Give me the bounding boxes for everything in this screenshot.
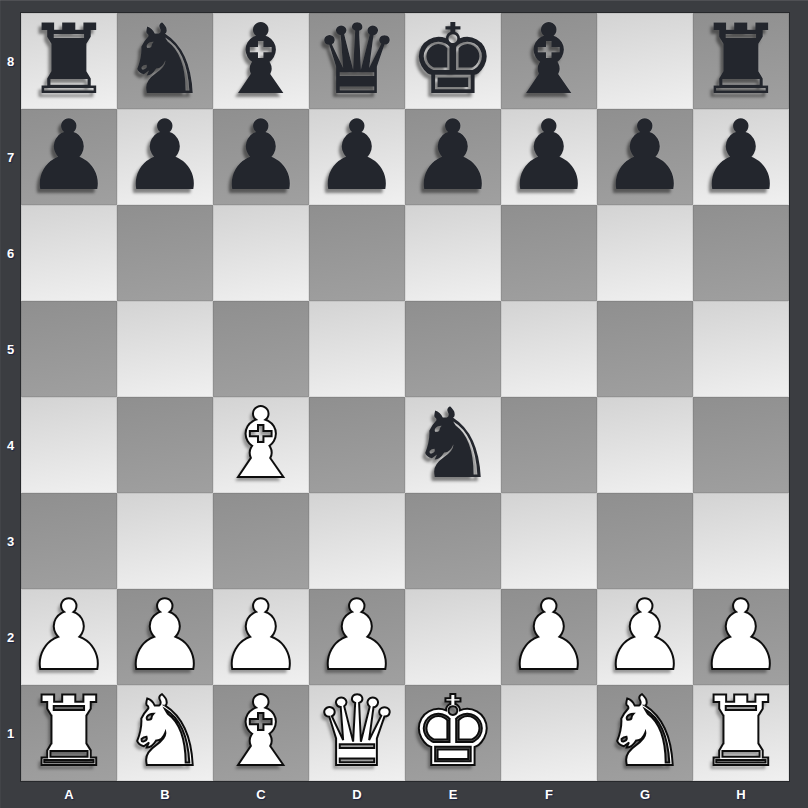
square-b7[interactable]: ♟ [117,109,213,205]
square-e2[interactable] [405,589,501,685]
piece-white-rook[interactable]: ♜ [26,684,113,780]
rank-label-8: 8 [0,13,21,109]
square-h6[interactable] [693,205,789,301]
square-d1[interactable]: ♛ [309,685,405,781]
rank-label-6: 6 [0,205,21,301]
square-e1[interactable]: ♚ [405,685,501,781]
square-h2[interactable]: ♟ [693,589,789,685]
square-e7[interactable]: ♟ [405,109,501,205]
file-label-g: G [597,781,693,808]
square-f1[interactable] [501,685,597,781]
file-labels: ABCDEFGH [21,781,789,808]
piece-white-pawn[interactable]: ♟ [26,588,113,684]
square-c7[interactable]: ♟ [213,109,309,205]
piece-black-pawn[interactable]: ♟ [410,108,497,204]
file-label-c: C [213,781,309,808]
piece-black-bishop[interactable]: ♝ [218,12,305,108]
rank-label-5: 5 [0,301,21,397]
square-f8[interactable]: ♝ [501,13,597,109]
square-a5[interactable] [21,301,117,397]
board-frame: 87654321 ♜♞♝♛♚♝♜♟♟♟♟♟♟♟♟♝♞♟♟♟♟♟♟♟♜♞♝♛♚♞♜… [0,0,808,808]
square-b3[interactable] [117,493,213,589]
square-e4[interactable]: ♞ [405,397,501,493]
file-label-e: E [405,781,501,808]
square-b1[interactable]: ♞ [117,685,213,781]
square-a7[interactable]: ♟ [21,109,117,205]
square-e3[interactable] [405,493,501,589]
piece-white-queen[interactable]: ♛ [314,684,401,780]
piece-white-rook[interactable]: ♜ [698,684,785,780]
square-g5[interactable] [597,301,693,397]
square-g2[interactable]: ♟ [597,589,693,685]
square-d5[interactable] [309,301,405,397]
piece-black-rook[interactable]: ♜ [26,12,113,108]
square-h7[interactable]: ♟ [693,109,789,205]
rank-label-2: 2 [0,589,21,685]
square-d6[interactable] [309,205,405,301]
square-f4[interactable] [501,397,597,493]
piece-white-pawn[interactable]: ♟ [698,588,785,684]
square-b2[interactable]: ♟ [117,589,213,685]
square-c5[interactable] [213,301,309,397]
piece-black-pawn[interactable]: ♟ [218,108,305,204]
square-c4[interactable]: ♝ [213,397,309,493]
square-c8[interactable]: ♝ [213,13,309,109]
square-f2[interactable]: ♟ [501,589,597,685]
square-b8[interactable]: ♞ [117,13,213,109]
square-b5[interactable] [117,301,213,397]
rank-labels: 87654321 [0,13,21,781]
square-g1[interactable]: ♞ [597,685,693,781]
square-d7[interactable]: ♟ [309,109,405,205]
square-e5[interactable] [405,301,501,397]
piece-white-pawn[interactable]: ♟ [218,588,305,684]
piece-black-pawn[interactable]: ♟ [602,108,689,204]
square-a2[interactable]: ♟ [21,589,117,685]
piece-white-bishop[interactable]: ♝ [218,396,305,492]
file-label-a: A [21,781,117,808]
piece-white-pawn[interactable]: ♟ [506,588,593,684]
square-c3[interactable] [213,493,309,589]
square-f7[interactable]: ♟ [501,109,597,205]
square-d4[interactable] [309,397,405,493]
square-g7[interactable]: ♟ [597,109,693,205]
file-label-h: H [693,781,789,808]
rank-label-4: 4 [0,397,21,493]
piece-white-pawn[interactable]: ♟ [602,588,689,684]
square-g8[interactable] [597,13,693,109]
piece-black-pawn[interactable]: ♟ [122,108,209,204]
piece-black-rook[interactable]: ♜ [698,12,785,108]
square-a3[interactable] [21,493,117,589]
square-c6[interactable] [213,205,309,301]
square-a6[interactable] [21,205,117,301]
chess-board: ♜♞♝♛♚♝♜♟♟♟♟♟♟♟♟♝♞♟♟♟♟♟♟♟♜♞♝♛♚♞♜ [21,13,789,781]
square-e6[interactable] [405,205,501,301]
square-a1[interactable]: ♜ [21,685,117,781]
square-f3[interactable] [501,493,597,589]
file-label-f: F [501,781,597,808]
square-c2[interactable]: ♟ [213,589,309,685]
square-a4[interactable] [21,397,117,493]
square-h8[interactable]: ♜ [693,13,789,109]
piece-black-knight[interactable]: ♞ [122,12,209,108]
piece-white-knight[interactable]: ♞ [602,684,689,780]
piece-black-queen[interactable]: ♛ [314,12,401,108]
square-h4[interactable] [693,397,789,493]
square-d3[interactable] [309,493,405,589]
square-h1[interactable]: ♜ [693,685,789,781]
square-g3[interactable] [597,493,693,589]
square-f6[interactable] [501,205,597,301]
square-h5[interactable] [693,301,789,397]
piece-black-king[interactable]: ♚ [410,12,497,108]
piece-white-knight[interactable]: ♞ [122,684,209,780]
square-a8[interactable]: ♜ [21,13,117,109]
piece-black-knight[interactable]: ♞ [410,396,497,492]
piece-black-pawn[interactable]: ♟ [506,108,593,204]
piece-black-bishop[interactable]: ♝ [506,12,593,108]
square-d2[interactable]: ♟ [309,589,405,685]
square-b4[interactable] [117,397,213,493]
square-c1[interactable]: ♝ [213,685,309,781]
square-h3[interactable] [693,493,789,589]
rank-label-1: 1 [0,685,21,781]
rank-label-7: 7 [0,109,21,205]
square-d8[interactable]: ♛ [309,13,405,109]
square-f5[interactable] [501,301,597,397]
piece-black-pawn[interactable]: ♟ [698,108,785,204]
square-g4[interactable] [597,397,693,493]
file-label-b: B [117,781,213,808]
piece-white-king[interactable]: ♚ [410,684,497,780]
piece-white-bishop[interactable]: ♝ [218,684,305,780]
file-label-d: D [309,781,405,808]
piece-white-pawn[interactable]: ♟ [314,588,401,684]
piece-black-pawn[interactable]: ♟ [26,108,113,204]
rank-label-3: 3 [0,493,21,589]
piece-black-pawn[interactable]: ♟ [314,108,401,204]
square-g6[interactable] [597,205,693,301]
square-e8[interactable]: ♚ [405,13,501,109]
square-b6[interactable] [117,205,213,301]
piece-white-pawn[interactable]: ♟ [122,588,209,684]
